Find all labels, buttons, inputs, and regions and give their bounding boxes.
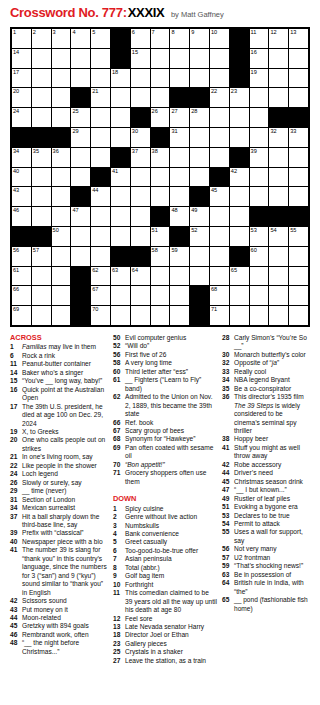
grid-cell-r3c8[interactable] xyxy=(151,69,170,88)
cell-number: 22 xyxy=(211,88,217,95)
grid-cell-r13c15[interactable] xyxy=(289,267,308,286)
grid-cell-r2c13[interactable]: 16 xyxy=(250,49,269,68)
grid-cell-r14c6[interactable] xyxy=(111,286,130,305)
clue-text: Leave the station, as a train xyxy=(125,657,219,665)
cell-number: 68 xyxy=(211,286,217,293)
clue-across-15: 15“You’ve __ long way, baby!” xyxy=(10,377,110,385)
grid-cell-r15c12[interactable] xyxy=(230,306,249,325)
grid-cell-r1c3[interactable]: 3 xyxy=(52,29,71,48)
grid-cell-r5c2[interactable] xyxy=(32,108,51,127)
clue-number: 52 xyxy=(113,342,125,350)
grid-cell-r4c3[interactable] xyxy=(52,88,71,107)
clue-text: Put money on it xyxy=(22,606,110,614)
grid-cell-r10c7[interactable] xyxy=(131,207,150,226)
grid-cell-r1c13[interactable]: 11 xyxy=(250,29,269,48)
grid-cell-r8c9[interactable] xyxy=(170,168,189,187)
grid-cell-r13c13[interactable] xyxy=(250,267,269,286)
grid-cell-r2c9[interactable] xyxy=(170,49,189,68)
grid-cell-r11c10[interactable]: 52 xyxy=(190,227,209,246)
clue-text: __ time (never) xyxy=(22,487,110,495)
grid-cell-r2c15[interactable] xyxy=(289,49,308,68)
clue-across-17: 17The 39th U.S. president, he died at ag… xyxy=(10,403,110,428)
grid-cell-r8c13[interactable] xyxy=(250,168,269,187)
grid-cell-r1c14[interactable]: 12 xyxy=(269,29,288,48)
cell-number: 71 xyxy=(211,306,217,313)
cell-number: 31 xyxy=(171,128,177,135)
grid-cell-r12c1[interactable]: 56 xyxy=(12,247,31,266)
grid-cell-r3c5[interactable] xyxy=(91,69,110,88)
clue-number: 5 xyxy=(113,538,125,546)
clue-text: Grocery shoppers often use them xyxy=(125,469,219,486)
clue-down-57: 57U2 frontman xyxy=(222,554,311,562)
grid-cell-r5c8[interactable]: 26 xyxy=(151,108,170,127)
grid-cell-r2c14[interactable] xyxy=(269,49,288,68)
grid-cell-r11c14[interactable]: 54 xyxy=(269,227,288,246)
clue-across-45: 45Gretzky with 894 goals xyxy=(10,622,110,630)
clue-number: 56 xyxy=(222,545,234,553)
clue-across-39: 39Prefix with “classical” xyxy=(10,529,110,537)
grid-cell-r1c4[interactable]: 4 xyxy=(71,29,90,48)
grid-cell-r13c10[interactable] xyxy=(190,267,209,286)
grid-cell-r11c12[interactable] xyxy=(230,227,249,246)
grid-cell-r3c10[interactable] xyxy=(190,69,209,88)
grid-cell-r2c2[interactable] xyxy=(32,49,51,68)
grid-cell-r11c13[interactable]: 53 xyxy=(250,227,269,246)
grid-cell-r4c5[interactable]: 21 xyxy=(91,88,110,107)
grid-cell-r3c3[interactable] xyxy=(52,69,71,88)
grid-cell-r4c15[interactable] xyxy=(289,88,308,107)
clue-number: 11 xyxy=(10,360,22,368)
grid-cell-r4c11[interactable]: 22 xyxy=(210,88,229,107)
cell-number: 26 xyxy=(152,108,158,115)
grid-cell-r12c10[interactable] xyxy=(190,247,209,266)
grid-cell-r3c14[interactable] xyxy=(269,69,288,88)
title-byline: by Matt Gaffney xyxy=(171,10,224,19)
cell-number: 53 xyxy=(251,227,257,234)
clue-text: Numbskulls xyxy=(125,522,219,530)
grid-cell-r15c13[interactable] xyxy=(250,306,269,325)
cell-number: 58 xyxy=(152,247,158,254)
clue-text: __ pond (fashionable fish home) xyxy=(234,596,311,613)
grid-cell-r14c15[interactable] xyxy=(289,286,308,305)
cell-number: 6 xyxy=(132,29,135,36)
grid-cell-r7c7[interactable]: 37 xyxy=(131,148,150,167)
grid-cell-r8c3[interactable] xyxy=(52,168,71,187)
grid-cell-r14c5[interactable]: 67 xyxy=(91,286,110,305)
grid-cell-r12c4[interactable] xyxy=(71,247,90,266)
grid-cell-r15c9[interactable] xyxy=(170,306,189,325)
clue-number: 56 xyxy=(113,351,125,359)
clue-text: Rock a rink xyxy=(22,352,110,360)
grid-cell-r13c14[interactable] xyxy=(269,267,288,286)
grid-cell-r1c10[interactable]: 9 xyxy=(190,29,209,48)
grid-cell-r3c9[interactable] xyxy=(170,69,189,88)
cell-number: 15 xyxy=(132,49,138,56)
clue-number: 3 xyxy=(113,522,125,530)
grid-cell-r5c12[interactable] xyxy=(230,108,249,127)
grid-cell-r9c10 xyxy=(190,187,209,206)
clue-down-53: 53Declares to be true xyxy=(222,512,311,520)
grid-cell-r7c13[interactable]: 39 xyxy=(250,148,269,167)
clue-text: Carly Simon’s “You’re So __” xyxy=(234,334,311,351)
grid-cell-r7c14[interactable] xyxy=(269,148,288,167)
grid-cell-r12c11[interactable] xyxy=(210,247,229,266)
grid-cell-r9c6[interactable] xyxy=(111,187,130,206)
cell-number: 40 xyxy=(13,168,19,175)
grid-cell-r10c5[interactable] xyxy=(91,207,110,226)
clue-across-14: 14Baker who’s a singer xyxy=(10,369,110,377)
grid-cell-r2c11[interactable] xyxy=(210,49,229,68)
clue-number: 49 xyxy=(222,495,234,503)
grid-cell-r11c8[interactable]: 51 xyxy=(151,227,170,246)
clue-text: Rustler of leaf piles xyxy=(234,495,311,503)
cell-number: 13 xyxy=(290,29,296,36)
grid-cell-r3c2[interactable] xyxy=(32,69,51,88)
grid-cell-r2c8[interactable] xyxy=(151,49,170,68)
grid-cell-r15c8[interactable] xyxy=(151,306,170,325)
grid-cell-r14c12[interactable] xyxy=(230,286,249,305)
cell-number: 33 xyxy=(290,128,296,135)
grid-cell-r5c14 xyxy=(269,108,288,127)
grid-cell-r9c3[interactable] xyxy=(52,187,71,206)
cell-number: 43 xyxy=(13,187,19,194)
grid-cell-r13c8[interactable] xyxy=(151,267,170,286)
grid-cell-r15c14[interactable] xyxy=(269,306,288,325)
grid-cell-r7c1[interactable]: 34 xyxy=(12,148,31,167)
clue-number: 33 xyxy=(222,368,234,376)
cell-number: 51 xyxy=(152,227,158,234)
clue-across-19: 19X, to Greeks xyxy=(10,428,110,436)
clue-across-70: 70“Bon appetit!” xyxy=(113,461,219,469)
grid-cell-r12c15[interactable] xyxy=(289,247,308,266)
clue-number: 28 xyxy=(222,334,234,351)
grid-cell-r14c9[interactable] xyxy=(170,286,189,305)
grid-cell-r2c7[interactable]: 15 xyxy=(131,49,150,68)
grid-cell-r2c5[interactable] xyxy=(91,49,110,68)
grid-cell-r10c1[interactable]: 46 xyxy=(12,207,31,226)
grid-cell-r15c15[interactable] xyxy=(289,306,308,325)
clue-down-2: 2Genre without live action xyxy=(113,513,219,521)
cell-number: 41 xyxy=(112,168,118,175)
clue-across-22: 22Like people in the shower xyxy=(10,462,110,470)
puzzle-title: Crossword No. 777:XXXIX by Matt Gaffney xyxy=(10,3,224,21)
grid-cell-r13c1[interactable]: 61 xyxy=(12,267,31,286)
clue-number: 60 xyxy=(113,368,125,376)
cell-number: 39 xyxy=(251,148,257,155)
grid-cell-r6c12[interactable] xyxy=(230,128,249,147)
cell-number: 67 xyxy=(92,286,98,293)
grid-cell-r5c9[interactable]: 27 xyxy=(170,108,189,127)
grid-cell-r10c4[interactable]: 47 xyxy=(71,207,90,226)
grid-cell-r6c14[interactable]: 32 xyxy=(269,128,288,147)
grid-cell-r14c2[interactable] xyxy=(32,286,51,305)
grid-cell-r2c1[interactable]: 14 xyxy=(12,49,31,68)
grid-cell-r12c3[interactable] xyxy=(52,247,71,266)
grid-cell-r14c7[interactable] xyxy=(131,286,150,305)
clue-across-34: 34Mexican surrealist xyxy=(10,504,110,512)
grid-cell-r6c10[interactable] xyxy=(190,128,209,147)
grid-cell-r5c10[interactable]: 28 xyxy=(190,108,209,127)
grid-cell-r9c13[interactable] xyxy=(250,187,269,206)
grid-cell-r1c15[interactable]: 13 xyxy=(289,29,308,48)
grid-cell-r3c13[interactable]: 19 xyxy=(250,69,269,88)
clue-text: Robe accessory xyxy=(234,461,311,469)
grid-cell-r7c4[interactable] xyxy=(71,148,90,167)
clue-text: Feel sore xyxy=(125,615,219,623)
grid-cell-r8c2[interactable] xyxy=(32,168,51,187)
grid-cell-r2c4[interactable] xyxy=(71,49,90,68)
grid-cell-r6c11[interactable] xyxy=(210,128,229,147)
grid-cell-r14c11[interactable]: 68 xyxy=(210,286,229,305)
clue-number: 71 xyxy=(113,469,125,486)
grid-cell-r4c12[interactable]: 23 xyxy=(230,88,249,107)
clue-text: Third letter after “ess” xyxy=(125,368,219,376)
cell-number: 23 xyxy=(231,88,237,95)
grid-cell-r15c1[interactable]: 69 xyxy=(12,306,31,325)
grid-cell-r9c9[interactable] xyxy=(170,187,189,206)
grid-cell-r8c7[interactable] xyxy=(131,168,150,187)
grid-cell-r6c9[interactable]: 31 xyxy=(170,128,189,147)
clue-across-42: 42Scissors sound xyxy=(10,597,110,605)
clue-text: Christmas season drink xyxy=(234,478,311,486)
clue-down-30: 30Monarch butterfly’s color xyxy=(222,351,311,359)
grid-cell-r4c8[interactable] xyxy=(151,88,170,107)
grid-cell-r3c1[interactable]: 17 xyxy=(12,69,31,88)
grid-cell-r12c13[interactable]: 60 xyxy=(250,247,269,266)
grid-cell-r7c2[interactable]: 35 xyxy=(32,148,51,167)
clue-number: 25 xyxy=(113,648,125,656)
grid-cell-r6c4[interactable]: 29 xyxy=(71,128,90,147)
grid-cell-r4c13[interactable] xyxy=(250,88,269,107)
cell-number: 35 xyxy=(33,148,39,155)
grid-cell-r7c3[interactable]: 36 xyxy=(52,148,71,167)
grid-cell-r10c3[interactable] xyxy=(52,207,71,226)
grid-cell-r15c11[interactable]: 71 xyxy=(210,306,229,325)
clue-text: Ref. book xyxy=(125,419,219,427)
grid-cell-r9c11[interactable]: 45 xyxy=(210,187,229,206)
clue-text: Slowly or surely, say xyxy=(22,479,110,487)
grid-cell-r3c4[interactable] xyxy=(71,69,90,88)
grid-cell-r11c6[interactable] xyxy=(111,227,130,246)
grid-cell-r14c8[interactable] xyxy=(151,286,170,305)
grid-cell-r13c9[interactable] xyxy=(170,267,189,286)
grid-cell-r6c5[interactable] xyxy=(91,128,110,147)
grid-cell-r1c1[interactable]: 1 xyxy=(12,29,31,48)
grid-cell-r14c1[interactable]: 66 xyxy=(12,286,31,305)
title-roman-numeral: XXXIX xyxy=(128,5,165,20)
grid-cell-r1c2[interactable]: 2 xyxy=(32,29,51,48)
grid-cell-r1c11[interactable]: 10 xyxy=(210,29,229,48)
grid-cell-r8c12[interactable]: 42 xyxy=(230,168,249,187)
grid-cell-r5c4[interactable]: 25 xyxy=(71,108,90,127)
cell-number: 62 xyxy=(92,267,98,274)
grid-cell-r11c5[interactable] xyxy=(91,227,110,246)
grid-cell-r5c3[interactable] xyxy=(52,108,71,127)
clue-text: Permit to attack xyxy=(234,520,311,528)
clue-text: X, to Greeks xyxy=(22,428,110,436)
grid-cell-r15c3[interactable] xyxy=(52,306,71,325)
grid-cell-r15c6[interactable] xyxy=(111,306,130,325)
clue-across-66: 66Ref. book xyxy=(113,419,219,427)
cell-number: 54 xyxy=(270,227,276,234)
grid-cell-r9c14[interactable] xyxy=(269,187,288,206)
grid-cell-r12c9[interactable]: 59 xyxy=(170,247,189,266)
grid-cell-r9c2[interactable] xyxy=(32,187,51,206)
grid-cell-r7c12 xyxy=(230,148,249,167)
clue-number: 20 xyxy=(10,436,22,453)
grid-cell-r10c10[interactable]: 49 xyxy=(190,207,209,226)
cell-number: 42 xyxy=(231,168,237,175)
grid-cell-r10c6[interactable] xyxy=(111,207,130,226)
cell-number: 61 xyxy=(13,267,19,274)
clue-number: 61 xyxy=(113,376,125,393)
clue-across-40: 40Newspaper piece with a bio xyxy=(10,538,110,546)
clue-number: 41 xyxy=(10,546,22,597)
grid-cell-r12c2[interactable]: 57 xyxy=(32,247,51,266)
grid-cell-r5c11[interactable] xyxy=(210,108,229,127)
grid-cell-r9c12[interactable] xyxy=(230,187,249,206)
grid-cell-r8c6[interactable]: 41 xyxy=(111,168,130,187)
grid-cell-r13c11[interactable] xyxy=(210,267,229,286)
grid-cell-r1c7[interactable]: 6 xyxy=(131,29,150,48)
grid-cell-r6c1 xyxy=(12,128,31,147)
clue-down-49: 49Rustler of leaf piles xyxy=(222,495,311,503)
grid-cell-r6c7[interactable]: 30 xyxy=(131,128,150,147)
grid-cell-r3c11[interactable] xyxy=(210,69,229,88)
grid-cell-r15c2[interactable] xyxy=(32,306,51,325)
grid-cell-r6c15[interactable]: 33 xyxy=(289,128,308,147)
clue-number: 59 xyxy=(222,562,234,570)
grid-cell-r13c6[interactable]: 63 xyxy=(111,267,130,286)
grid-cell-r13c7[interactable]: 64 xyxy=(131,267,150,286)
grid-cell-r13c12[interactable]: 65 xyxy=(230,267,249,286)
clue-number: 43 xyxy=(10,606,22,614)
grid-cell-r7c11[interactable] xyxy=(210,148,229,167)
clue-number: 21 xyxy=(10,453,22,461)
grid-cell-r5c1[interactable]: 24 xyxy=(12,108,31,127)
grid-cell-r13c2[interactable] xyxy=(32,267,51,286)
grid-cell-r7c5[interactable] xyxy=(91,148,110,167)
clue-text: The 39th U.S. president, he died at age … xyxy=(22,403,110,428)
grid-cell-r2c3[interactable] xyxy=(52,49,71,68)
cell-number: 45 xyxy=(211,187,217,194)
grid-cell-r4c4 xyxy=(71,88,90,107)
grid-cell-r9c15[interactable] xyxy=(289,187,308,206)
grid-cell-r7c9[interactable] xyxy=(170,148,189,167)
grid-cell-r8c10[interactable] xyxy=(190,168,209,187)
grid-cell-r14c14[interactable] xyxy=(269,286,288,305)
grid-cell-r10c9[interactable]: 48 xyxy=(170,207,189,226)
grid-cell-r8c11 xyxy=(210,168,229,187)
clue-text: Really cool xyxy=(234,368,311,376)
grid-cell-r11c3[interactable]: 50 xyxy=(52,227,71,246)
cell-number: 28 xyxy=(191,108,197,115)
grid-cell-r9c7[interactable] xyxy=(131,187,150,206)
clue-text: “Bon appetit!” xyxy=(125,461,219,469)
grid-cell-r8c14[interactable] xyxy=(269,168,288,187)
grid-cell-r1c8[interactable]: 7 xyxy=(151,29,170,48)
clue-number: 47 xyxy=(222,486,234,494)
grid-cell-r7c15[interactable] xyxy=(289,148,308,167)
grid-cell-r13c5[interactable]: 62 xyxy=(91,267,110,286)
grid-cell-r8c5 xyxy=(91,168,110,187)
grid-cell-r12c14[interactable] xyxy=(269,247,288,266)
grid-cell-r7c10[interactable] xyxy=(190,148,209,167)
grid-cell-r1c5[interactable]: 5 xyxy=(91,29,110,48)
clue-number: 30 xyxy=(222,351,234,359)
grid-cell-r12c7 xyxy=(131,247,150,266)
clue-down-3: 3Numbskulls xyxy=(113,522,219,530)
grid-cell-r8c4[interactable] xyxy=(71,168,90,187)
grid-cell-r14c3[interactable] xyxy=(52,286,71,305)
grid-cell-r4c7[interactable] xyxy=(131,88,150,107)
clue-number: 6 xyxy=(113,547,125,555)
clue-text: Uses a wall for support, say xyxy=(234,528,311,545)
grid-cell-r8c8[interactable] xyxy=(151,168,170,187)
cell-number: 49 xyxy=(191,207,197,214)
grid-cell-r15c7[interactable] xyxy=(131,306,150,325)
grid-cell-r5c13[interactable] xyxy=(250,108,269,127)
grid-cell-r8c1[interactable]: 40 xyxy=(12,168,31,187)
grid-cell-r4c14[interactable] xyxy=(269,88,288,107)
grid-cell-r1c9[interactable]: 8 xyxy=(170,29,189,48)
clue-text: Stuff you might as well throw away xyxy=(234,444,311,461)
grid-cell-r10c11[interactable] xyxy=(210,207,229,226)
clue-across-11: 11Peanut-butter container xyxy=(10,360,110,368)
clue-number: 42 xyxy=(10,597,22,605)
grid-cell-r5c6[interactable] xyxy=(111,108,130,127)
grid-cell-r10c2[interactable] xyxy=(32,207,51,226)
clue-text: Moon-related xyxy=(22,614,110,622)
clue-down-35: 35Be a co-conspirator xyxy=(222,385,311,393)
grid-cell-r3c15[interactable] xyxy=(289,69,308,88)
grid-cell-r4c1[interactable]: 20 xyxy=(12,88,31,107)
grid-cell-r12c8[interactable]: 58 xyxy=(151,247,170,266)
grid-cell-r2c10[interactable] xyxy=(190,49,209,68)
grid-cell-r11c7[interactable] xyxy=(131,227,150,246)
grid-cell-r5c5[interactable] xyxy=(91,108,110,127)
grid-cell-r9c8[interactable] xyxy=(151,187,170,206)
grid-cell-r3c6[interactable]: 18 xyxy=(111,69,130,88)
grid-cell-r9c1[interactable]: 43 xyxy=(12,187,31,206)
grid-cell-r10c12[interactable] xyxy=(230,207,249,226)
clue-text: Forthright xyxy=(125,581,219,589)
grid-cell-r4c2[interactable] xyxy=(32,88,51,107)
grid-cell-r6c13[interactable] xyxy=(250,128,269,147)
grid-cell-r4c6[interactable] xyxy=(111,88,130,107)
grid-cell-r12c5[interactable] xyxy=(91,247,110,266)
clue-text: “__ I but known...” xyxy=(234,486,311,494)
clue-text: Late Nevada senator Harry xyxy=(125,623,219,631)
grid-cell-r9c5[interactable]: 44 xyxy=(91,187,110,206)
grid-cell-r6c6[interactable] xyxy=(111,128,130,147)
grid-cell-r8c15[interactable] xyxy=(289,168,308,187)
grid-cell-r3c7[interactable] xyxy=(131,69,150,88)
grid-cell-r11c15[interactable]: 55 xyxy=(289,227,308,246)
grid-cell-r15c5[interactable]: 70 xyxy=(91,306,110,325)
clue-down-6: 6Too-good-to-be-true offer xyxy=(113,547,219,555)
grid-cell-r12c12 xyxy=(230,247,249,266)
grid-cell-r11c11[interactable] xyxy=(210,227,229,246)
grid-cell-r13c3[interactable] xyxy=(52,267,71,286)
grid-cell-r11c4[interactable] xyxy=(71,227,90,246)
clue-number: 41 xyxy=(222,444,234,461)
grid-cell-r7c8[interactable]: 38 xyxy=(151,148,170,167)
grid-cell-r14c13[interactable] xyxy=(250,286,269,305)
grid-cell-r14c4 xyxy=(71,286,90,305)
clue-text: Driver’s need xyxy=(234,469,311,477)
grid-cell-r4c10 xyxy=(190,88,209,107)
